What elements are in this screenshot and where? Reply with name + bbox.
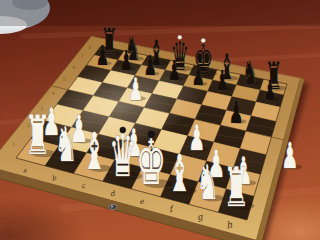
- piece-black-pawn-g5: ♟: [228, 94, 243, 130]
- piece-white-pawn-offboard: ♟: [281, 134, 298, 176]
- piece-black-knight-g8: ♞: [242, 53, 258, 92]
- piece-black-pawn-e7: ♟: [191, 59, 204, 91]
- rank-label-1: 1: [12, 142, 15, 147]
- piece-black-pawn-d7: ♟: [167, 54, 180, 86]
- piece-white-rook-a1: ♜: [25, 103, 51, 167]
- chess-photo: chess set on table abcdefgh12345678♜♞♝♛♚…: [0, 0, 320, 240]
- top-vignette: [0, 0, 320, 26]
- rank-label-8: 8: [88, 45, 91, 50]
- clasp: [109, 204, 117, 209]
- piece-white-pawn-c5: ♟: [128, 71, 143, 107]
- piece-white-knight-b1: ♞: [54, 117, 77, 173]
- piece-black-pawn-h7: ♟: [263, 74, 276, 106]
- rank-label-4: 4: [52, 91, 55, 96]
- clasp-highlight: [111, 206, 113, 208]
- piece-finial-white-d8: [178, 35, 182, 39]
- rank-label-5: 5: [63, 77, 66, 82]
- piece-finial-black-e1: [148, 131, 154, 137]
- rank-label-6: 6: [72, 65, 75, 70]
- piece-white-bishop-c1: ♝: [82, 122, 107, 182]
- piece-black-pawn-c7: ♟: [144, 49, 157, 81]
- piece-finial-white-e8: [201, 38, 205, 42]
- piece-white-bishop-f1: ♝: [167, 144, 192, 204]
- piece-white-knight-g1: ♞: [196, 154, 219, 210]
- piece-black-pawn-a7: ♟: [96, 38, 109, 70]
- board-photo-svg: abcdefgh12345678♜♞♝♛♚♝♞♜♟♟♟♟♟♟♟♟♟♟♟♟♟♟♟♜…: [0, 0, 320, 240]
- piece-finial-black-d1: [120, 127, 126, 133]
- piece-black-pawn-f7: ♟: [215, 64, 228, 96]
- piece-white-rook-h1: ♜: [223, 155, 249, 219]
- rank-label-7: 7: [81, 54, 84, 59]
